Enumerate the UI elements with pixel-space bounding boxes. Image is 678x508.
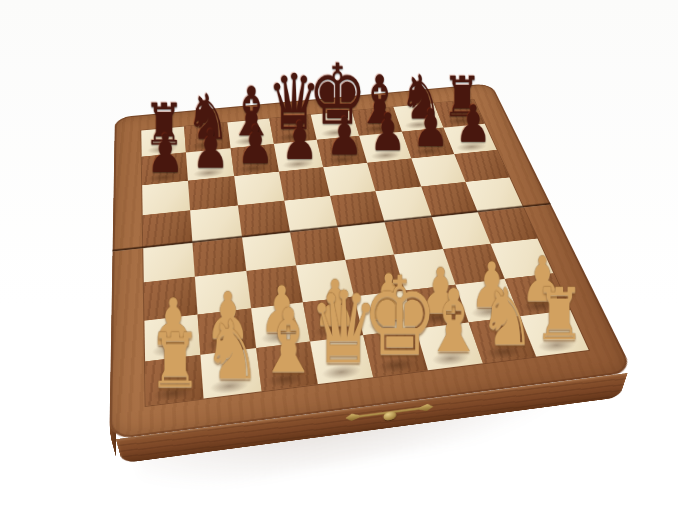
piece-white-queen-d1[interactable]: ♛ <box>309 283 379 375</box>
square-c6[interactable] <box>234 171 284 205</box>
chess-box-wrapper: ♜♞♝♛♚♝♞♜♟♟♟♟♟♟♟♟♟♟♟♟♟♟♟♟♜♞♝♛♚♝♞♜ <box>116 16 552 452</box>
square-a4[interactable] <box>143 242 195 282</box>
piece-black-pawn-h7[interactable]: ♟ <box>456 100 492 148</box>
square-d6[interactable] <box>279 167 330 201</box>
product-photo-scene: ♜♞♝♛♚♝♞♜♟♟♟♟♟♟♟♟♟♟♟♟♟♟♟♟♜♞♝♛♚♝♞♜ <box>0 0 678 508</box>
piece-black-pawn-d7[interactable]: ♟ <box>282 117 319 166</box>
square-d4[interactable] <box>290 227 346 266</box>
piece-white-knight-g1[interactable]: ♞ <box>479 281 534 354</box>
square-a1[interactable]: ♜ <box>145 355 204 406</box>
square-b1[interactable]: ♞ <box>201 348 261 399</box>
brass-clasp-knob <box>383 411 397 421</box>
square-h6[interactable] <box>454 150 509 182</box>
square-f7[interactable]: ♟ <box>359 132 410 163</box>
square-c4[interactable] <box>241 232 295 271</box>
piece-black-pawn-a7[interactable]: ♟ <box>146 129 184 179</box>
piece-black-pawn-e7[interactable]: ♟ <box>326 112 363 160</box>
piece-white-bishop-c1[interactable]: ♝ <box>258 300 320 381</box>
piece-white-knight-b1[interactable]: ♞ <box>203 313 260 388</box>
square-b7[interactable]: ♟ <box>186 148 234 180</box>
square-e7[interactable]: ♟ <box>317 136 367 167</box>
board-grid: ♜♞♝♛♚♝♞♜♟♟♟♟♟♟♟♟♟♟♟♟♟♟♟♟♜♞♝♛♚♝♞♜ <box>141 100 588 406</box>
piece-black-pawn-f7[interactable]: ♟ <box>370 108 407 156</box>
piece-white-rook-a1[interactable]: ♜ <box>148 327 201 396</box>
square-d7[interactable]: ♟ <box>274 140 324 171</box>
piece-black-pawn-g7[interactable]: ♟ <box>413 104 449 152</box>
square-h4[interactable] <box>477 207 537 244</box>
piece-white-rook-h1[interactable]: ♜ <box>535 281 585 347</box>
chess-box: ♜♞♝♛♚♝♞♜♟♟♟♟♟♟♟♟♟♟♟♟♟♟♟♟♜♞♝♛♚♝♞♜ <box>109 83 633 440</box>
square-a6[interactable] <box>142 180 190 215</box>
piece-black-pawn-c7[interactable]: ♟ <box>237 121 274 170</box>
square-b4[interactable] <box>193 237 246 277</box>
square-b6[interactable] <box>188 176 237 210</box>
square-c1[interactable]: ♝ <box>256 341 318 391</box>
piece-black-pawn-b7[interactable]: ♟ <box>192 125 229 174</box>
square-d1[interactable]: ♛ <box>310 335 374 384</box>
